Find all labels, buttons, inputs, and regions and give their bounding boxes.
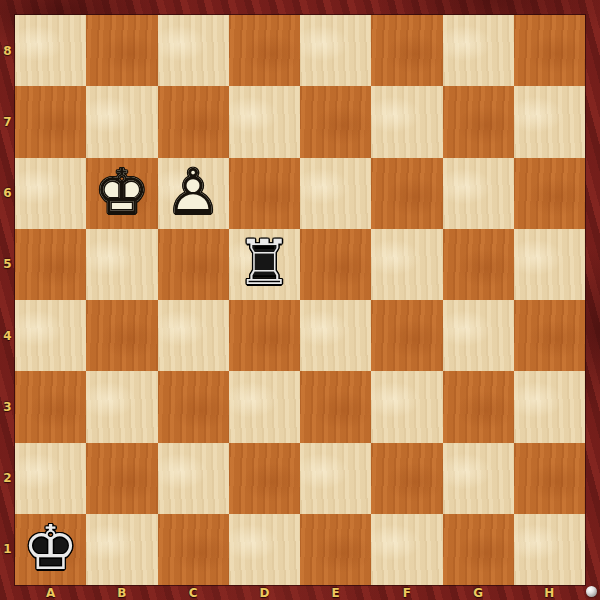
square-e2[interactable] [300, 443, 371, 514]
white-pawn-fill-glyph: ♟ [158, 162, 229, 224]
square-c7[interactable] [158, 86, 229, 157]
square-a4[interactable] [15, 300, 86, 371]
black-king-outline-glyph: ♔ [15, 518, 86, 580]
square-c4[interactable] [158, 300, 229, 371]
square-g8[interactable] [443, 15, 514, 86]
file-label-f: F [371, 585, 442, 600]
square-b2[interactable] [86, 443, 157, 514]
square-d7[interactable] [229, 86, 300, 157]
square-h1[interactable] [514, 514, 585, 585]
square-g1[interactable] [443, 514, 514, 585]
square-b6[interactable]: ♚♔ [86, 158, 157, 229]
square-e1[interactable] [300, 514, 371, 585]
black-king-fill-glyph: ♚ [15, 518, 86, 580]
square-a8[interactable] [15, 15, 86, 86]
square-d1[interactable] [229, 514, 300, 585]
square-a3[interactable] [15, 371, 86, 442]
square-e7[interactable] [300, 86, 371, 157]
black-rook[interactable]: ♜♖ [229, 229, 300, 300]
square-g3[interactable] [443, 371, 514, 442]
board-frame: ♚♔♟♙♜♖♚♔ 87654321ABCDEFGH [0, 0, 600, 600]
square-c5[interactable] [158, 229, 229, 300]
square-d5[interactable]: ♜♖ [229, 229, 300, 300]
square-c3[interactable] [158, 371, 229, 442]
white-king[interactable]: ♚♔ [86, 158, 157, 229]
square-a7[interactable] [15, 86, 86, 157]
square-e6[interactable] [300, 158, 371, 229]
square-g7[interactable] [443, 86, 514, 157]
white-pawn[interactable]: ♟♙ [158, 158, 229, 229]
square-h6[interactable] [514, 158, 585, 229]
square-h4[interactable] [514, 300, 585, 371]
square-h3[interactable] [514, 371, 585, 442]
square-f5[interactable] [371, 229, 442, 300]
square-e3[interactable] [300, 371, 371, 442]
square-f2[interactable] [371, 443, 442, 514]
square-a2[interactable] [15, 443, 86, 514]
black-rook-fill-glyph: ♜ [229, 233, 300, 295]
rank-label-5: 5 [0, 229, 15, 300]
square-f6[interactable] [371, 158, 442, 229]
file-label-e: E [300, 585, 371, 600]
square-b3[interactable] [86, 371, 157, 442]
square-d8[interactable] [229, 15, 300, 86]
white-king-fill-glyph: ♚ [86, 162, 157, 224]
square-c6[interactable]: ♟♙ [158, 158, 229, 229]
chess-board: ♚♔♟♙♜♖♚♔ [15, 15, 585, 585]
rank-label-6: 6 [0, 158, 15, 229]
square-e5[interactable] [300, 229, 371, 300]
square-b1[interactable] [86, 514, 157, 585]
white-pawn-outline-glyph: ♙ [158, 162, 229, 224]
square-h7[interactable] [514, 86, 585, 157]
corner-sphere-decoration [586, 586, 597, 597]
rank-label-4: 4 [0, 300, 15, 371]
white-king-outline-glyph: ♔ [86, 162, 157, 224]
square-a6[interactable] [15, 158, 86, 229]
square-g5[interactable] [443, 229, 514, 300]
rank-label-3: 3 [0, 371, 15, 442]
square-b8[interactable] [86, 15, 157, 86]
square-h2[interactable] [514, 443, 585, 514]
square-c1[interactable] [158, 514, 229, 585]
square-h8[interactable] [514, 15, 585, 86]
file-label-h: H [514, 585, 585, 600]
square-f4[interactable] [371, 300, 442, 371]
square-b7[interactable] [86, 86, 157, 157]
square-h5[interactable] [514, 229, 585, 300]
square-b4[interactable] [86, 300, 157, 371]
square-a1[interactable]: ♚♔ [15, 514, 86, 585]
square-d6[interactable] [229, 158, 300, 229]
square-f7[interactable] [371, 86, 442, 157]
square-b5[interactable] [86, 229, 157, 300]
square-d3[interactable] [229, 371, 300, 442]
file-label-g: G [443, 585, 514, 600]
square-f8[interactable] [371, 15, 442, 86]
square-d2[interactable] [229, 443, 300, 514]
black-rook-outline-glyph: ♖ [229, 233, 300, 295]
square-e4[interactable] [300, 300, 371, 371]
rank-label-8: 8 [0, 15, 15, 86]
square-g2[interactable] [443, 443, 514, 514]
square-f3[interactable] [371, 371, 442, 442]
rank-label-2: 2 [0, 443, 15, 514]
rank-label-1: 1 [0, 514, 15, 585]
square-e8[interactable] [300, 15, 371, 86]
file-label-c: C [158, 585, 229, 600]
square-a5[interactable] [15, 229, 86, 300]
file-label-d: D [229, 585, 300, 600]
square-c2[interactable] [158, 443, 229, 514]
file-label-b: B [86, 585, 157, 600]
square-g4[interactable] [443, 300, 514, 371]
rank-label-7: 7 [0, 86, 15, 157]
black-king[interactable]: ♚♔ [15, 514, 86, 585]
square-d4[interactable] [229, 300, 300, 371]
square-f1[interactable] [371, 514, 442, 585]
square-g6[interactable] [443, 158, 514, 229]
file-label-a: A [15, 585, 86, 600]
square-c8[interactable] [158, 15, 229, 86]
